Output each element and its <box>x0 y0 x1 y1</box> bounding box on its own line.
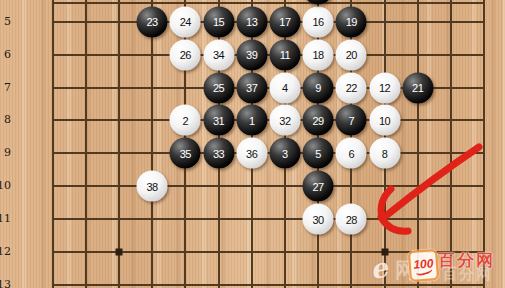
stone-3: 3 <box>269 138 300 169</box>
grid-hline <box>52 218 486 220</box>
stone-35: 35 <box>170 138 201 169</box>
stone-6: 6 <box>336 138 367 169</box>
stone-15: 15 <box>203 6 234 37</box>
grid-vline <box>85 0 87 288</box>
row-label-6: 6 <box>0 48 11 62</box>
stone-10: 10 <box>369 105 400 136</box>
stone-1: 1 <box>236 105 267 136</box>
stone-28: 28 <box>336 204 367 235</box>
grid-vline <box>118 0 120 288</box>
stone-17: 17 <box>269 6 300 37</box>
stone-18: 18 <box>303 39 334 70</box>
stone-29: 29 <box>303 105 334 136</box>
stone-27: 27 <box>303 171 334 202</box>
stone-25: 25 <box>203 72 234 103</box>
grid-vline <box>417 0 419 288</box>
row-label-12: 12 <box>0 245 11 259</box>
watermark-100-badge: 100 <box>408 249 439 282</box>
watermark-ghost-site-name: 百分网 <box>442 265 493 284</box>
grid-hline <box>52 185 486 187</box>
stone-16: 16 <box>303 6 334 37</box>
stone-12: 12 <box>369 72 400 103</box>
stone-36: 36 <box>236 138 267 169</box>
stone-13: 13 <box>236 6 267 37</box>
stone-7: 7 <box>336 105 367 136</box>
stone-4: 4 <box>269 72 300 103</box>
grid-vline <box>483 0 485 288</box>
stone-34: 34 <box>203 39 234 70</box>
stone-39: 39 <box>236 39 267 70</box>
stone-26: 26 <box>170 39 201 70</box>
grid-vline <box>450 0 452 288</box>
row-label-5: 5 <box>0 15 11 29</box>
arrow-shaft <box>387 147 479 215</box>
grid-hline <box>52 54 486 56</box>
stone-31: 31 <box>203 105 234 136</box>
star-point <box>115 249 122 256</box>
row-label-13: 13 <box>0 278 11 288</box>
row-label-11: 11 <box>0 212 11 226</box>
stone-22: 22 <box>336 72 367 103</box>
row-label-7: 7 <box>0 81 11 95</box>
watermark-swirl-icon: e <box>367 252 390 286</box>
stone-19: 19 <box>336 6 367 37</box>
stone-5: 5 <box>303 138 334 169</box>
grid-vline <box>52 0 54 288</box>
grid-hline <box>52 21 486 23</box>
grid-hline <box>52 119 486 121</box>
grid-hline <box>52 152 486 154</box>
stone-8: 8 <box>369 138 400 169</box>
baifen-watermark: e 网 100 百分网 百分网 <box>368 247 505 288</box>
grid-vline <box>151 0 153 288</box>
stone-24: 24 <box>170 6 201 37</box>
stone-37: 37 <box>236 72 267 103</box>
stone-38: 38 <box>137 171 168 202</box>
stone-21: 21 <box>402 72 433 103</box>
grid-hline <box>52 2 486 4</box>
stone-33: 33 <box>203 138 234 169</box>
stone-11: 11 <box>269 39 300 70</box>
row-label-8: 8 <box>0 113 11 127</box>
stone-23: 23 <box>137 6 168 37</box>
stone-20: 20 <box>336 39 367 70</box>
row-label-9: 9 <box>0 146 11 160</box>
stone-32: 32 <box>269 105 300 136</box>
stone-30: 30 <box>303 204 334 235</box>
stone-9: 9 <box>303 72 334 103</box>
stone-2: 2 <box>170 105 201 136</box>
row-label-10: 10 <box>0 179 11 193</box>
go-board-diagram: 5678910111213 23241513171619263439111820… <box>0 0 505 288</box>
